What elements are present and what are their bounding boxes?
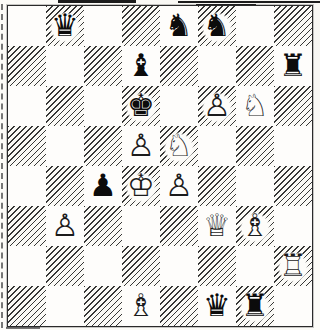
newspaper-scan-page: ♛♞♞♝♜♚♙♘♙♘♟♔♙♙♕♗♖♗♛♜ [0, 0, 320, 330]
square-b4 [46, 166, 84, 206]
square-d2 [122, 246, 160, 286]
black-rook-piece: ♜ [279, 50, 307, 81]
square-b7 [46, 46, 84, 86]
square-e5: ♘ [160, 126, 198, 166]
square-g8 [236, 6, 274, 46]
square-b2 [46, 246, 84, 286]
square-h3 [274, 206, 312, 246]
black-queen-piece: ♛ [51, 10, 79, 41]
square-c5 [84, 126, 122, 166]
square-e3 [160, 206, 198, 246]
square-g4 [236, 166, 274, 206]
square-d8 [122, 6, 160, 46]
square-g1: ♜ [236, 286, 274, 326]
square-d5: ♙ [122, 126, 160, 166]
square-e6 [160, 86, 198, 126]
square-b8: ♛ [46, 6, 84, 46]
black-knight-piece: ♞ [165, 10, 193, 41]
square-d7: ♝ [122, 46, 160, 86]
black-bishop-piece: ♝ [127, 50, 155, 81]
white-queen-piece: ♕ [203, 210, 231, 241]
square-f7 [198, 46, 236, 86]
square-d1: ♗ [122, 286, 160, 326]
scan-artifact-top-line [58, 0, 136, 3]
square-e1 [160, 286, 198, 326]
square-d4: ♔ [122, 166, 160, 206]
square-a4 [8, 166, 46, 206]
square-a1 [8, 286, 46, 326]
white-pawn-piece: ♙ [51, 210, 79, 241]
square-a3 [8, 206, 46, 246]
square-g5 [236, 126, 274, 166]
square-f2 [198, 246, 236, 286]
square-e7 [160, 46, 198, 86]
square-f1: ♛ [198, 286, 236, 326]
square-b6 [46, 86, 84, 126]
square-a8 [8, 6, 46, 46]
square-h4 [274, 166, 312, 206]
white-pawn-piece: ♙ [203, 90, 231, 121]
square-a6 [8, 86, 46, 126]
square-h2: ♖ [274, 246, 312, 286]
white-bishop-piece: ♗ [241, 210, 269, 241]
chess-board: ♛♞♞♝♜♚♙♘♙♘♟♔♙♙♕♗♖♗♛♜ [7, 5, 313, 327]
square-c6 [84, 86, 122, 126]
square-a5 [8, 126, 46, 166]
black-pawn-piece: ♟ [89, 170, 117, 201]
square-e8: ♞ [160, 6, 198, 46]
square-f6: ♙ [198, 86, 236, 126]
square-e4: ♙ [160, 166, 198, 206]
scan-artifact-top-line [178, 1, 320, 3]
white-bishop-piece: ♗ [127, 290, 155, 321]
black-knight-piece: ♞ [203, 10, 231, 41]
square-g7 [236, 46, 274, 86]
square-g3: ♗ [236, 206, 274, 246]
scan-artifact-bottom-line [6, 327, 40, 329]
square-e2 [160, 246, 198, 286]
white-knight-piece: ♘ [241, 90, 269, 121]
square-f8: ♞ [198, 6, 236, 46]
white-pawn-piece: ♙ [127, 130, 155, 161]
square-h6 [274, 86, 312, 126]
square-g2 [236, 246, 274, 286]
square-c4: ♟ [84, 166, 122, 206]
square-c7 [84, 46, 122, 86]
white-pawn-piece: ♙ [165, 170, 193, 201]
square-b5 [46, 126, 84, 166]
square-h5 [274, 126, 312, 166]
square-c8 [84, 6, 122, 46]
square-a7 [8, 46, 46, 86]
square-f4 [198, 166, 236, 206]
square-b3: ♙ [46, 206, 84, 246]
square-h1 [274, 286, 312, 326]
black-queen-piece: ♛ [203, 290, 231, 321]
square-h8 [274, 6, 312, 46]
square-c2 [84, 246, 122, 286]
white-king-piece: ♔ [127, 170, 155, 201]
square-c1 [84, 286, 122, 326]
black-rook-piece: ♜ [241, 290, 269, 321]
square-h7: ♜ [274, 46, 312, 86]
square-d3 [122, 206, 160, 246]
white-knight-piece: ♘ [165, 130, 193, 161]
square-f5 [198, 126, 236, 166]
square-f3: ♕ [198, 206, 236, 246]
white-rook-piece: ♖ [279, 250, 307, 281]
square-b1 [46, 286, 84, 326]
square-d6: ♚ [122, 86, 160, 126]
black-king-piece: ♚ [127, 90, 155, 121]
square-c3 [84, 206, 122, 246]
square-a2 [8, 246, 46, 286]
scan-artifact-left-edge [1, 4, 3, 328]
square-g6: ♘ [236, 86, 274, 126]
